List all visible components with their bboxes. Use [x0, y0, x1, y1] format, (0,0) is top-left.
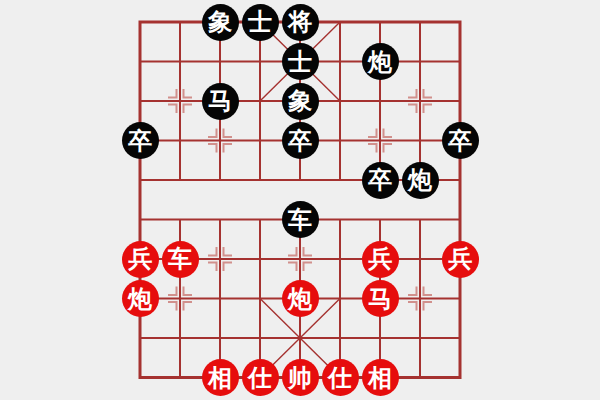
piece-red-advisor[interactable]: 仕 [322, 359, 359, 396]
piece-black-advisor[interactable]: 士 [282, 43, 319, 80]
piece-red-advisor[interactable]: 仕 [242, 359, 279, 396]
piece-red-elephant[interactable]: 相 [202, 359, 239, 396]
piece-black-cannon[interactable]: 炮 [402, 162, 439, 199]
piece-black-soldier[interactable]: 卒 [122, 122, 159, 159]
piece-black-general[interactable]: 将 [282, 4, 319, 41]
piece-red-chariot[interactable]: 车 [162, 241, 199, 278]
piece-red-elephant[interactable]: 相 [362, 359, 399, 396]
piece-red-general[interactable]: 帅 [282, 359, 319, 396]
piece-red-cannon[interactable]: 炮 [282, 280, 319, 317]
piece-black-elephant[interactable]: 象 [282, 83, 319, 120]
xiangqi-board: 象士将士炮马象卒卒卒卒炮车兵车兵兵炮炮马相仕帅仕相 [0, 0, 600, 400]
piece-black-horse[interactable]: 马 [202, 83, 239, 120]
piece-black-chariot[interactable]: 车 [282, 201, 319, 238]
piece-black-cannon[interactable]: 炮 [362, 43, 399, 80]
piece-red-horse[interactable]: 马 [362, 280, 399, 317]
piece-black-soldier[interactable]: 卒 [362, 162, 399, 199]
piece-black-elephant[interactable]: 象 [202, 4, 239, 41]
piece-black-advisor[interactable]: 士 [242, 4, 279, 41]
piece-black-soldier[interactable]: 卒 [282, 122, 319, 159]
pieces-layer: 象士将士炮马象卒卒卒卒炮车兵车兵兵炮炮马相仕帅仕相 [120, 2, 480, 397]
piece-black-soldier[interactable]: 卒 [442, 122, 479, 159]
piece-red-cannon[interactable]: 炮 [122, 280, 159, 317]
piece-red-soldier[interactable]: 兵 [362, 241, 399, 278]
piece-red-soldier[interactable]: 兵 [122, 241, 159, 278]
piece-red-soldier[interactable]: 兵 [442, 241, 479, 278]
